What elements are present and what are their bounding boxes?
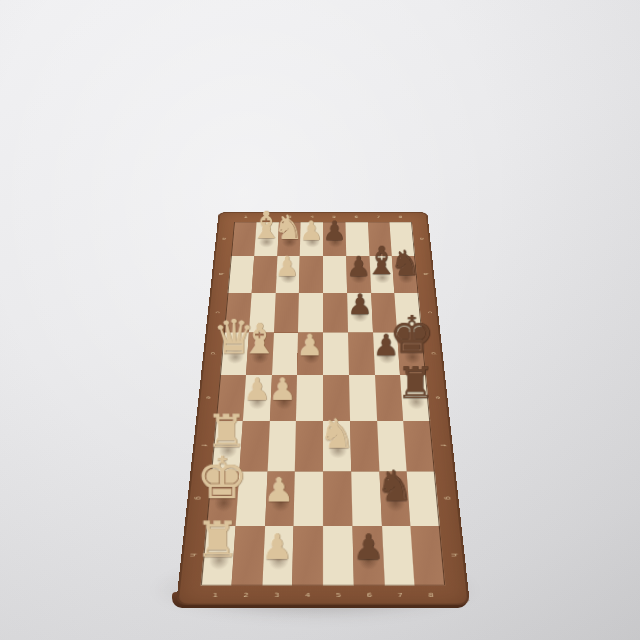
square-d5 bbox=[323, 332, 349, 375]
near-edge-label-1: 1 bbox=[212, 592, 218, 598]
square-g4 bbox=[294, 471, 323, 526]
square-b3: ♟ bbox=[275, 256, 300, 293]
frame-edge: h bbox=[440, 526, 468, 586]
left-edge-label-a: a bbox=[221, 238, 227, 240]
frame-edge: 7 bbox=[384, 586, 416, 606]
square-e2: ♟ bbox=[243, 375, 272, 421]
square-e8: ♜ bbox=[400, 375, 430, 421]
white-pawn-d4: ♟ bbox=[297, 331, 324, 361]
square-g5 bbox=[323, 471, 352, 526]
right-edge-label-f: f bbox=[439, 445, 447, 447]
right-edge-label-a: a bbox=[419, 238, 425, 240]
far-edge-label-6: 6 bbox=[354, 215, 358, 218]
square-b8: ♞ bbox=[392, 256, 418, 293]
frame-edge: 5 bbox=[323, 586, 354, 606]
frame-edge: 3 bbox=[261, 586, 292, 606]
square-b5 bbox=[323, 256, 347, 293]
white-rook-h1: ♜ bbox=[196, 516, 240, 565]
black-pawn-h6: ♟ bbox=[352, 530, 383, 565]
frame-edge: 8 bbox=[389, 212, 412, 222]
frame-edge: 1 bbox=[199, 586, 231, 606]
white-bishop-d2: ♝ bbox=[241, 319, 278, 360]
square-h4 bbox=[292, 526, 323, 586]
near-edge-label-5: 5 bbox=[336, 592, 341, 598]
frame-edge: 6 bbox=[345, 212, 367, 222]
far-edge-label-7: 7 bbox=[376, 215, 380, 218]
square-h7 bbox=[381, 526, 414, 586]
frame-edge: 7 bbox=[367, 212, 390, 222]
square-h3: ♟ bbox=[262, 526, 294, 586]
far-edge-label-8: 8 bbox=[398, 215, 402, 218]
black-knight-b8: ♞ bbox=[390, 245, 421, 280]
white-pawn-h3: ♟ bbox=[262, 530, 293, 565]
square-c6: ♟ bbox=[347, 293, 373, 332]
white-king-g1: ♚ bbox=[196, 449, 248, 507]
left-edge-label-b: b bbox=[217, 273, 224, 275]
white-pawn-g3: ♟ bbox=[265, 473, 295, 507]
square-f3 bbox=[267, 421, 296, 471]
square-h1: ♜ bbox=[201, 526, 236, 586]
near-edge-label-7: 7 bbox=[397, 592, 403, 598]
white-knight-f5: ♞ bbox=[319, 413, 355, 454]
right-edge-label-e: e bbox=[434, 396, 441, 399]
square-h6: ♟ bbox=[352, 526, 384, 586]
white-pawn-e2: ♟ bbox=[243, 374, 271, 405]
frame-corner bbox=[445, 586, 470, 606]
square-b4 bbox=[299, 256, 323, 293]
square-b1 bbox=[228, 256, 254, 293]
square-g3: ♟ bbox=[265, 471, 295, 526]
square-d2: ♝ bbox=[246, 332, 274, 375]
near-edge-label-8: 8 bbox=[428, 592, 434, 598]
right-edge-label-h: h bbox=[449, 553, 457, 556]
frame-edge: 2 bbox=[230, 586, 262, 606]
near-edge-label-4: 4 bbox=[305, 592, 310, 598]
square-e3: ♟ bbox=[269, 375, 297, 421]
square-d4: ♟ bbox=[297, 332, 323, 375]
far-edge-label-1: 1 bbox=[244, 215, 248, 218]
left-edge-label-e: e bbox=[205, 396, 212, 399]
frame-edge: 8 bbox=[415, 586, 447, 606]
square-h5 bbox=[323, 526, 354, 586]
black-knight-g7: ♞ bbox=[376, 464, 414, 506]
frame-edge: 6 bbox=[354, 586, 385, 606]
scene: 12345678a♝♞♟♟ab♟♟♝♞bc♟cd♛♝♟♟♚de♟♟♜ef♜♞fg… bbox=[0, 0, 640, 640]
black-rook-e8: ♜ bbox=[396, 362, 435, 405]
near-edge-label-3: 3 bbox=[274, 592, 280, 598]
right-edge-label-g: g bbox=[444, 496, 452, 499]
frame-corner bbox=[411, 212, 428, 222]
square-g7: ♞ bbox=[379, 471, 411, 526]
black-king-d8: ♚ bbox=[389, 309, 435, 360]
near-edge-label-2: 2 bbox=[243, 592, 249, 598]
near-edge-label-6: 6 bbox=[366, 592, 372, 598]
square-f5: ♞ bbox=[323, 421, 351, 471]
square-c5 bbox=[323, 293, 348, 332]
frame-edge: g bbox=[435, 471, 462, 526]
white-pawn-a4: ♟ bbox=[300, 218, 324, 245]
frame-corner bbox=[176, 586, 201, 606]
frame-edge: f bbox=[430, 421, 455, 471]
white-pawn-b3: ♟ bbox=[275, 253, 300, 280]
board-wrap: 12345678a♝♞♟♟ab♟♟♝♞bc♟cd♛♝♟♟♚de♟♟♜ef♜♞fg… bbox=[176, 212, 470, 605]
square-b2 bbox=[251, 256, 277, 293]
black-pawn-c6: ♟ bbox=[347, 290, 373, 318]
white-pawn-e3: ♟ bbox=[270, 374, 298, 405]
square-a4: ♟ bbox=[300, 222, 323, 256]
square-c4 bbox=[298, 293, 323, 332]
right-edge-label-b: b bbox=[422, 273, 429, 275]
frame-corner bbox=[218, 212, 235, 222]
frame-edge: 4 bbox=[292, 586, 323, 606]
square-d6 bbox=[348, 332, 375, 375]
chess-board: 12345678a♝♞♟♟ab♟♟♝♞bc♟cd♛♝♟♟♚de♟♟♜ef♜♞fg… bbox=[176, 212, 470, 605]
black-pawn-a5: ♟ bbox=[322, 218, 346, 245]
square-a5: ♟ bbox=[323, 222, 346, 256]
